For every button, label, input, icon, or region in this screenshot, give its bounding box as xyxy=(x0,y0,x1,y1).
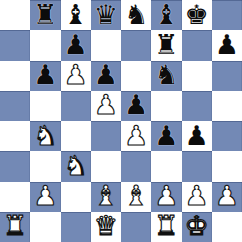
piece-black-rook[interactable]: ♜ xyxy=(33,1,57,28)
square-e7[interactable] xyxy=(121,30,151,60)
square-e8[interactable]: ♞ xyxy=(121,0,151,30)
square-g6[interactable] xyxy=(182,61,212,91)
square-h5[interactable] xyxy=(212,91,242,121)
square-b5[interactable] xyxy=(30,91,60,121)
square-f5[interactable] xyxy=(151,91,181,121)
piece-black-pawn[interactable]: ♟ xyxy=(185,122,209,149)
piece-black-bishop[interactable]: ♝ xyxy=(64,1,88,28)
square-b3[interactable] xyxy=(30,151,60,181)
piece-black-knight[interactable]: ♞ xyxy=(124,1,148,28)
square-d6[interactable]: ♟ xyxy=(91,61,121,91)
square-h7[interactable]: ♟ xyxy=(212,30,242,60)
piece-white-pawn[interactable]: ♟ xyxy=(33,182,57,209)
square-f1[interactable]: ♜ xyxy=(151,212,181,242)
square-f4[interactable]: ♟ xyxy=(151,121,181,151)
piece-white-pawn[interactable]: ♟ xyxy=(154,182,178,209)
square-a4[interactable] xyxy=(0,121,30,151)
piece-black-pawn[interactable]: ♟ xyxy=(64,31,88,58)
chess-board: ♜♝♛♞♝♚♟♜♟♟♟♟♞♟♟♞♟♟♟♞♟♝♝♟♟♟♜♛♜♚ xyxy=(0,0,242,242)
square-h4[interactable] xyxy=(212,121,242,151)
square-f8[interactable]: ♝ xyxy=(151,0,181,30)
square-d7[interactable] xyxy=(91,30,121,60)
square-c6[interactable]: ♟ xyxy=(61,61,91,91)
piece-white-rook[interactable]: ♜ xyxy=(3,212,27,239)
square-g5[interactable] xyxy=(182,91,212,121)
piece-black-queen[interactable]: ♛ xyxy=(94,1,118,28)
square-c2[interactable] xyxy=(61,182,91,212)
square-e4[interactable]: ♟ xyxy=(121,121,151,151)
square-b7[interactable] xyxy=(30,30,60,60)
piece-white-pawn[interactable]: ♟ xyxy=(94,91,118,118)
square-h3[interactable] xyxy=(212,151,242,181)
square-c4[interactable] xyxy=(61,121,91,151)
piece-black-pawn[interactable]: ♟ xyxy=(215,31,239,58)
square-d1[interactable]: ♛ xyxy=(91,212,121,242)
square-a8[interactable] xyxy=(0,0,30,30)
square-d5[interactable]: ♟ xyxy=(91,91,121,121)
square-e5[interactable]: ♟ xyxy=(121,91,151,121)
square-d3[interactable] xyxy=(91,151,121,181)
piece-white-pawn[interactable]: ♟ xyxy=(185,182,209,209)
piece-black-rook[interactable]: ♜ xyxy=(154,31,178,58)
square-e6[interactable] xyxy=(121,61,151,91)
square-g1[interactable]: ♚ xyxy=(182,212,212,242)
square-b4[interactable]: ♞ xyxy=(30,121,60,151)
square-a6[interactable] xyxy=(0,61,30,91)
piece-white-pawn[interactable]: ♟ xyxy=(64,61,88,88)
piece-white-pawn[interactable]: ♟ xyxy=(215,182,239,209)
square-b2[interactable]: ♟ xyxy=(30,182,60,212)
square-h1[interactable] xyxy=(212,212,242,242)
square-e1[interactable] xyxy=(121,212,151,242)
piece-white-queen[interactable]: ♛ xyxy=(94,212,118,239)
piece-black-pawn[interactable]: ♟ xyxy=(124,91,148,118)
square-f6[interactable]: ♞ xyxy=(151,61,181,91)
square-c5[interactable] xyxy=(61,91,91,121)
square-h6[interactable] xyxy=(212,61,242,91)
square-h2[interactable]: ♟ xyxy=(212,182,242,212)
piece-white-knight[interactable]: ♞ xyxy=(64,152,88,179)
square-g4[interactable]: ♟ xyxy=(182,121,212,151)
square-a1[interactable]: ♜ xyxy=(0,212,30,242)
square-e3[interactable] xyxy=(121,151,151,181)
square-h8[interactable] xyxy=(212,0,242,30)
square-c1[interactable] xyxy=(61,212,91,242)
piece-black-knight[interactable]: ♞ xyxy=(154,61,178,88)
square-f2[interactable]: ♟ xyxy=(151,182,181,212)
piece-black-bishop[interactable]: ♝ xyxy=(154,1,178,28)
square-c8[interactable]: ♝ xyxy=(61,0,91,30)
square-d4[interactable] xyxy=(91,121,121,151)
square-b8[interactable]: ♜ xyxy=(30,0,60,30)
piece-white-pawn[interactable]: ♟ xyxy=(124,122,148,149)
piece-black-pawn[interactable]: ♟ xyxy=(154,122,178,149)
square-a5[interactable] xyxy=(0,91,30,121)
square-d2[interactable]: ♝ xyxy=(91,182,121,212)
square-g7[interactable] xyxy=(182,30,212,60)
piece-white-bishop[interactable]: ♝ xyxy=(124,182,148,209)
piece-white-knight[interactable]: ♞ xyxy=(33,122,57,149)
square-a3[interactable] xyxy=(0,151,30,181)
piece-white-king[interactable]: ♚ xyxy=(185,212,209,239)
square-b6[interactable]: ♟ xyxy=(30,61,60,91)
square-g2[interactable]: ♟ xyxy=(182,182,212,212)
piece-black-king[interactable]: ♚ xyxy=(185,1,209,28)
square-f3[interactable] xyxy=(151,151,181,181)
square-d8[interactable]: ♛ xyxy=(91,0,121,30)
piece-white-bishop[interactable]: ♝ xyxy=(94,182,118,209)
square-f7[interactable]: ♜ xyxy=(151,30,181,60)
square-e2[interactable]: ♝ xyxy=(121,182,151,212)
square-a7[interactable] xyxy=(0,30,30,60)
piece-white-rook[interactable]: ♜ xyxy=(154,212,178,239)
square-c7[interactable]: ♟ xyxy=(61,30,91,60)
square-g8[interactable]: ♚ xyxy=(182,0,212,30)
piece-black-pawn[interactable]: ♟ xyxy=(33,61,57,88)
piece-black-pawn[interactable]: ♟ xyxy=(94,61,118,88)
square-g3[interactable] xyxy=(182,151,212,181)
square-c3[interactable]: ♞ xyxy=(61,151,91,181)
square-a2[interactable] xyxy=(0,182,30,212)
square-b1[interactable] xyxy=(30,212,60,242)
